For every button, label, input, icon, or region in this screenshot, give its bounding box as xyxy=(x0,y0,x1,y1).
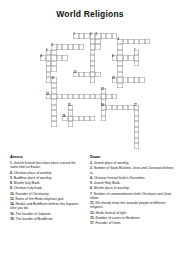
crossword-cell[interactable] xyxy=(134,61,140,67)
crossword-cell[interactable] xyxy=(51,66,57,72)
down-clue: 7. Number of commandments both Christian… xyxy=(90,192,174,200)
across-clue: 14. Hindus and Buddhists believe this ha… xyxy=(10,202,82,210)
down-clue: 3. Number of Gods Muslims, Jews and Chri… xyxy=(90,166,174,174)
clue-number: 1 xyxy=(73,33,74,36)
clue-number: 11 xyxy=(51,77,54,80)
crossword-cell[interactable] xyxy=(79,44,85,50)
down-clue: 11. We should show this towards people o… xyxy=(90,201,174,209)
clue-number-label: 15. xyxy=(90,216,96,220)
across-clue: 8. Muslim holy Book. xyxy=(10,181,82,185)
clue-number: 16 xyxy=(101,104,104,107)
crossword-grid: 123456789101112131415161718 xyxy=(29,33,150,149)
across-clue: 5. Buddhist place of worship. xyxy=(10,176,82,180)
across-header: Across xyxy=(10,155,82,159)
down-clue: 2. Jewish place of worship. xyxy=(90,161,174,165)
down-clue-list: 2. Jewish place of worship.3. Number of … xyxy=(90,161,174,225)
down-clue: 4. Christian festival held in December. xyxy=(90,176,174,180)
clue-number-label: 11. xyxy=(90,201,95,205)
crossword-cell[interactable] xyxy=(90,77,96,83)
clue-number-label: 12. xyxy=(10,197,16,201)
across-clues: Across 1. Jewish festival that takes pla… xyxy=(0,155,86,227)
clue-number: 4 xyxy=(117,38,118,41)
down-clue: 17. Founder of Islam. xyxy=(90,221,174,225)
clue-number: 2 xyxy=(90,33,91,36)
across-clue: 16. The founder of Judaism. xyxy=(10,212,82,216)
across-clue: 9. Christian holy book. xyxy=(10,186,82,190)
clue-number: 6 xyxy=(46,49,47,52)
down-clue: 5. Jewish Holy Book. xyxy=(90,181,174,185)
clue-number: 8 xyxy=(40,55,41,58)
clue-number-label: 16. xyxy=(10,212,16,216)
crossword-cell[interactable] xyxy=(112,94,118,100)
clue-number-label: 4. xyxy=(10,171,14,175)
clue-number-label: 1. xyxy=(10,161,14,165)
crossword-cell[interactable] xyxy=(134,143,140,149)
clue-number: 9 xyxy=(112,55,113,58)
clue-number-label: 3. xyxy=(90,166,94,170)
crossword-cell[interactable] xyxy=(68,121,74,127)
clue-number: 7 xyxy=(134,49,135,52)
crossword-cell[interactable] xyxy=(90,116,96,122)
across-clue-list: 1. Jewish festival that takes place arou… xyxy=(10,161,82,221)
clue-number-label: 7. xyxy=(90,192,94,196)
down-clue: 15. Number of castes in Hinduism. xyxy=(90,216,174,220)
clue-number-label: 13. xyxy=(90,211,96,215)
clue-number: 13 xyxy=(101,88,104,91)
clue-number: 10 xyxy=(73,71,76,74)
clue-number: 14 xyxy=(46,93,49,96)
clue-number: 18 xyxy=(62,115,65,118)
clue-number-label: 17. xyxy=(90,221,96,225)
clue-number-label: 9. xyxy=(10,186,14,190)
clue-lists: Across 1. Jewish festival that takes pla… xyxy=(0,155,180,227)
crossword-cell[interactable] xyxy=(62,55,68,61)
across-clue: 12. Name of the Hindu elephant god. xyxy=(10,197,82,201)
crossword-cell[interactable] xyxy=(117,83,123,89)
down-clue: 6. Muslim place of worship. xyxy=(90,186,174,190)
crossword-cell[interactable] xyxy=(101,116,107,122)
clue-number-label: 4. xyxy=(90,176,94,180)
across-clue: 10. Founder of Christianity. xyxy=(10,192,82,196)
clue-number-label: 18. xyxy=(10,217,16,221)
clue-number-label: 5. xyxy=(90,181,94,185)
crossword-cell[interactable] xyxy=(95,44,101,50)
crossword-cell[interactable] xyxy=(139,77,145,83)
clue-number-label: 8. xyxy=(10,181,14,185)
down-clue: 13. Hindu festival of light. xyxy=(90,211,174,215)
clue-number-label: 2. xyxy=(90,161,94,165)
clue-number-label: 5. xyxy=(10,176,14,180)
clue-number-label: 10. xyxy=(10,192,16,196)
down-clues: Down 2. Jewish place of worship.3. Numbe… xyxy=(86,155,180,227)
page-title: World Religions xyxy=(0,9,180,19)
clue-number-label: 14. xyxy=(10,202,16,206)
across-clue: 18. The founder of Buddhism. xyxy=(10,217,82,221)
clue-number: 3 xyxy=(95,33,96,36)
crossword-cell[interactable] xyxy=(51,121,57,127)
clue-number: 5 xyxy=(51,44,52,47)
down-header: Down xyxy=(90,155,174,159)
clue-number-label: 6. xyxy=(90,186,94,190)
across-clue: 4. Christian place of worship. xyxy=(10,171,82,175)
clue-number: 12 xyxy=(112,77,115,80)
crossword-cell[interactable] xyxy=(145,39,151,45)
across-clue: 1. Jewish festival that takes place arou… xyxy=(10,161,82,169)
clue-number: 15 xyxy=(68,104,71,107)
clue-number: 17 xyxy=(134,104,137,107)
crossword-cell[interactable] xyxy=(95,72,101,78)
